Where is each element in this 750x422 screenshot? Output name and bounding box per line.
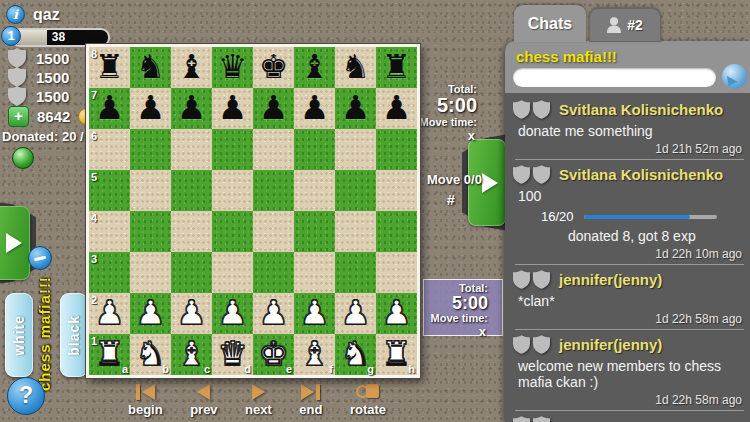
- square-a6[interactable]: 6: [89, 129, 130, 170]
- donated-label: Donated: 20 / 2: [2, 129, 94, 144]
- file-label: h: [408, 363, 415, 375]
- chat-message-list: Svitlana Kolisnichenkodonate me somethin…: [505, 93, 750, 422]
- badge-icon: [513, 100, 530, 119]
- exp-progress-fill: [584, 215, 690, 219]
- square-h4[interactable]: [376, 211, 417, 252]
- coin-balance: 8642: [37, 108, 70, 125]
- square-g3[interactable]: [335, 252, 376, 293]
- next-label: next: [245, 402, 272, 417]
- square-d7[interactable]: ♟: [212, 88, 253, 129]
- rating-row: 1500: [8, 48, 69, 68]
- square-a8[interactable]: 8♜: [89, 47, 130, 88]
- tab-chats-label: Chats: [528, 15, 572, 33]
- piece-black-bishop[interactable]: ♝: [171, 47, 212, 88]
- move-symbol: #: [447, 192, 455, 208]
- piece-white-pawn[interactable]: ♟: [130, 293, 171, 334]
- square-h6[interactable]: [376, 129, 417, 170]
- square-h8[interactable]: ♜: [376, 47, 417, 88]
- file-label: b: [162, 363, 169, 375]
- square-g1[interactable]: g♞: [335, 334, 376, 375]
- badge-icon: [513, 335, 530, 354]
- chat-message-text: *clan*: [518, 293, 744, 309]
- prev-label: prev: [190, 402, 217, 417]
- piece-black-queen[interactable]: ♛: [212, 47, 253, 88]
- player-info-row: i qaz: [6, 5, 60, 24]
- begin-button[interactable]: begin: [128, 383, 163, 417]
- file-label: a: [122, 363, 128, 375]
- chat-message-text: 100: [518, 188, 744, 204]
- square-b7[interactable]: ♟: [130, 88, 171, 129]
- square-g4[interactable]: [335, 211, 376, 252]
- square-e2[interactable]: ♟: [253, 293, 294, 334]
- rank-label: 8: [91, 48, 97, 60]
- square-h3[interactable]: [376, 252, 417, 293]
- rank-label: 6: [91, 130, 97, 142]
- person-icon: [607, 17, 621, 33]
- tab-players-label: #2: [627, 17, 643, 33]
- piece-white-pawn[interactable]: ♟: [253, 293, 294, 334]
- chat-body: chess mafia!!! Svitlana Kolisnichenkodon…: [505, 41, 750, 422]
- square-d5[interactable]: [212, 170, 253, 211]
- square-h7[interactable]: ♟: [376, 88, 417, 129]
- file-label: e: [286, 363, 292, 375]
- board: 8♜♞♝♛♚♝♞♜7♟♟♟♟♟♟♟♟65432♟♟♟♟♟♟♟♟1a♜b♞c♝d♛…: [86, 44, 420, 378]
- piece-black-pawn[interactable]: ♟: [376, 88, 417, 129]
- clan-banner: chess mafia!!!: [36, 247, 53, 391]
- square-h5[interactable]: [376, 170, 417, 211]
- clock-white: Total: 5:00 Move time: x: [423, 279, 503, 336]
- chat-username[interactable]: jennifer(jenny): [559, 271, 662, 288]
- tab-chats[interactable]: Chats: [514, 5, 586, 42]
- rating-row: 1500: [8, 86, 69, 106]
- next-move-icon: [252, 383, 265, 400]
- skip-to-start-icon: [136, 383, 155, 400]
- square-a2[interactable]: 2♟: [89, 293, 130, 334]
- badge-icon: [533, 100, 550, 119]
- shield-icon: [8, 67, 26, 87]
- rank-label: 7: [91, 89, 97, 101]
- square-f8[interactable]: ♝: [294, 47, 335, 88]
- chat-timestamp: 1d 22h 58m ago: [513, 393, 742, 407]
- square-c5[interactable]: [171, 170, 212, 211]
- chat-message-text: welcome new members to chess mafia ckan …: [518, 358, 744, 390]
- rank-label: 1: [91, 335, 97, 347]
- square-h1[interactable]: h♜: [376, 334, 417, 375]
- square-c3[interactable]: [171, 252, 212, 293]
- square-f5[interactable]: [294, 170, 335, 211]
- rotate-board-icon: [356, 383, 379, 400]
- chat-message-header: jennifer(jenny): [513, 335, 744, 354]
- badge-icon: [533, 270, 550, 289]
- rating-value: 1500: [36, 88, 69, 105]
- chat-message-header: jennifer(jenny): [513, 270, 744, 289]
- square-g6[interactable]: [335, 129, 376, 170]
- badge-icon: [533, 165, 550, 184]
- chat-message-header: Svitlana Kolisnichenko: [513, 100, 744, 119]
- clock-move-label: Move time:: [424, 312, 488, 324]
- square-e7[interactable]: ♟: [253, 88, 294, 129]
- chat-panel: #2 Chats chess mafia!!! Svitlana Kolisni…: [505, 0, 750, 422]
- chat-message-text: donate me something: [518, 123, 744, 139]
- square-d2[interactable]: ♟: [212, 293, 253, 334]
- chat-username[interactable]: Svitlana Kolisnichenko: [559, 101, 723, 118]
- square-b3[interactable]: [130, 252, 171, 293]
- clan-title: chess mafia!!!: [516, 48, 617, 65]
- play-white-button[interactable]: white: [5, 293, 33, 377]
- piece-white-pawn[interactable]: ♟: [294, 293, 335, 334]
- square-a7[interactable]: 7♟: [89, 88, 130, 129]
- square-d1[interactable]: d♛: [212, 334, 253, 375]
- rating-value: 1500: [36, 50, 69, 67]
- chat-message-text: donated 8, got 8 exp: [568, 228, 744, 244]
- piece-black-pawn[interactable]: ♟: [171, 88, 212, 129]
- play-black-button[interactable]: black: [60, 293, 88, 377]
- online-indicator: [12, 147, 34, 169]
- rating-row: 1500: [8, 67, 69, 87]
- square-f2[interactable]: ♟: [294, 293, 335, 334]
- message-divider: [515, 329, 744, 330]
- shield-icon: [8, 48, 26, 68]
- exp-progress: 16/20: [541, 209, 744, 224]
- file-label: f: [329, 363, 333, 375]
- send-message-icon[interactable]: [722, 64, 747, 89]
- square-e1[interactable]: e♚: [253, 334, 294, 375]
- level-badge: 1: [1, 26, 21, 46]
- piece-black-knight[interactable]: ♞: [335, 47, 376, 88]
- exp-progress-bar: [584, 215, 717, 219]
- badge-icon: [533, 335, 550, 354]
- square-e6[interactable]: [253, 129, 294, 170]
- previous-move-icon: [197, 383, 210, 400]
- chat-timestamp: 1d 21h 52m ago: [513, 142, 742, 156]
- square-e8[interactable]: ♚: [253, 47, 294, 88]
- square-d3[interactable]: [212, 252, 253, 293]
- square-b8[interactable]: ♞: [130, 47, 171, 88]
- coin-row: + 8642: [8, 106, 95, 127]
- piece-black-pawn[interactable]: ♟: [212, 88, 253, 129]
- piece-black-pawn[interactable]: ♟: [130, 88, 171, 129]
- piece-black-bishop[interactable]: ♝: [294, 47, 335, 88]
- piece-black-pawn[interactable]: ♟: [253, 88, 294, 129]
- square-b1[interactable]: b♞: [130, 334, 171, 375]
- square-e3[interactable]: [253, 252, 294, 293]
- chat-username[interactable]: qaz: [559, 417, 584, 422]
- square-d6[interactable]: [212, 129, 253, 170]
- square-d8[interactable]: ♛: [212, 47, 253, 88]
- badge-icon: [513, 165, 530, 184]
- square-e5[interactable]: [253, 170, 294, 211]
- rotate-button[interactable]: rotate: [350, 383, 386, 417]
- exp-value: 38: [11, 30, 106, 45]
- begin-label: begin: [128, 402, 163, 417]
- rank-label: 3: [91, 253, 97, 265]
- square-d4[interactable]: [212, 211, 253, 252]
- piece-white-pawn[interactable]: ♟: [212, 293, 253, 334]
- square-c1[interactable]: c♝: [171, 334, 212, 375]
- square-b4[interactable]: [130, 211, 171, 252]
- rank-label: 2: [91, 294, 97, 306]
- square-b5[interactable]: [130, 170, 171, 211]
- chat-timestamp: 1d 22h 10m ago: [513, 247, 742, 261]
- chat-message-header: qaz: [513, 416, 744, 422]
- rating-value: 1500: [36, 69, 69, 86]
- square-g2[interactable]: ♟: [335, 293, 376, 334]
- chat-message-header: Svitlana Kolisnichenko: [513, 165, 744, 184]
- side-arrow-left-button[interactable]: [0, 206, 30, 280]
- file-label: c: [204, 363, 210, 375]
- message-divider: [515, 410, 744, 411]
- square-c4[interactable]: [171, 211, 212, 252]
- chat-username[interactable]: jennifer(jenny): [559, 336, 662, 353]
- square-b6[interactable]: [130, 129, 171, 170]
- chat-timestamp: 1d 22h 58m ago: [513, 312, 742, 326]
- square-f4[interactable]: [294, 211, 335, 252]
- piece-white-pawn[interactable]: ♟: [376, 293, 417, 334]
- square-f6[interactable]: [294, 129, 335, 170]
- next-button[interactable]: next: [245, 383, 272, 417]
- square-a4[interactable]: 4: [89, 211, 130, 252]
- piece-black-pawn[interactable]: ♟: [294, 88, 335, 129]
- square-f3[interactable]: [294, 252, 335, 293]
- clock-move-value: x: [424, 324, 488, 339]
- prev-button[interactable]: prev: [190, 383, 217, 417]
- square-a3[interactable]: 3: [89, 252, 130, 293]
- square-c7[interactable]: ♟: [171, 88, 212, 129]
- square-g8[interactable]: ♞: [335, 47, 376, 88]
- tab-players[interactable]: #2: [589, 8, 661, 42]
- piece-white-pawn[interactable]: ♟: [335, 293, 376, 334]
- piece-white-pawn[interactable]: ♟: [171, 293, 212, 334]
- skip-to-end-icon: [301, 383, 320, 400]
- square-g7[interactable]: ♟: [335, 88, 376, 129]
- message-divider: [515, 264, 744, 265]
- square-a1[interactable]: 1a♜: [89, 334, 130, 375]
- piece-black-king[interactable]: ♚: [253, 47, 294, 88]
- move-counter: Move 0/0: [427, 172, 482, 187]
- help-button[interactable]: ?: [7, 377, 45, 415]
- chat-input[interactable]: [513, 68, 716, 87]
- piece-black-rook[interactable]: ♜: [376, 47, 417, 88]
- info-icon[interactable]: i: [6, 5, 25, 24]
- piece-black-pawn[interactable]: ♟: [335, 88, 376, 129]
- end-button[interactable]: end: [299, 383, 322, 417]
- square-f7[interactable]: ♟: [294, 88, 335, 129]
- rotate-label: rotate: [350, 402, 386, 417]
- player-name: qaz: [33, 6, 60, 24]
- file-label: g: [367, 363, 374, 375]
- square-h2[interactable]: ♟: [376, 293, 417, 334]
- file-label: d: [244, 363, 251, 375]
- add-coins-button[interactable]: +: [8, 106, 29, 127]
- piece-black-knight[interactable]: ♞: [130, 47, 171, 88]
- exp-progress-label: 16/20: [541, 209, 574, 224]
- play-white-label: white: [11, 315, 27, 356]
- rank-label: 5: [91, 171, 97, 183]
- rank-label: 4: [91, 212, 97, 224]
- badge-icon: [533, 416, 550, 422]
- badge-icon: [513, 416, 530, 422]
- play-black-label: black: [66, 315, 82, 356]
- square-g5[interactable]: [335, 170, 376, 211]
- square-e4[interactable]: [253, 211, 294, 252]
- shield-icon: [8, 86, 26, 106]
- square-a5[interactable]: 5: [89, 170, 130, 211]
- arrow-right-icon: [482, 173, 498, 193]
- square-b2[interactable]: ♟: [130, 293, 171, 334]
- square-f1[interactable]: f♝: [294, 334, 335, 375]
- game-navigation: begin prev next end rotate: [128, 383, 386, 417]
- clock-total-value: 5:00: [424, 294, 488, 312]
- square-c6[interactable]: [171, 129, 212, 170]
- chat-username[interactable]: Svitlana Kolisnichenko: [559, 166, 723, 183]
- square-c2[interactable]: ♟: [171, 293, 212, 334]
- app-root: i qaz 38 1 1500 1500 1500 + 8642 Donated…: [0, 0, 750, 422]
- arrow-right-icon: [6, 233, 22, 253]
- square-c8[interactable]: ♝: [171, 47, 212, 88]
- badge-icon: [513, 270, 530, 289]
- message-divider: [515, 159, 744, 160]
- end-label: end: [299, 402, 322, 417]
